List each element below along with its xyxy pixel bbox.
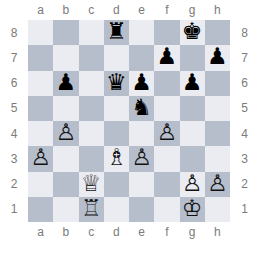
square-e4[interactable] (129, 121, 154, 146)
square-g7[interactable] (180, 45, 205, 70)
file-label-e: e (129, 226, 154, 238)
square-b6[interactable]: ♟ (53, 71, 78, 96)
square-h8[interactable] (205, 20, 230, 45)
square-f3[interactable] (154, 146, 179, 171)
square-e2[interactable] (129, 172, 154, 197)
square-e7[interactable] (129, 45, 154, 70)
square-a7[interactable] (28, 45, 53, 70)
square-g4[interactable] (180, 121, 205, 146)
square-d6[interactable]: ♛ (104, 71, 129, 96)
square-b1[interactable] (53, 197, 78, 222)
white-queen[interactable]: ♕ (81, 172, 102, 196)
square-d4[interactable] (104, 121, 129, 146)
square-d5[interactable] (104, 96, 129, 121)
rank-label-2: 2 (0, 172, 28, 197)
square-b4[interactable]: ♙ (53, 121, 78, 146)
file-label-h: h (205, 226, 230, 238)
black-king[interactable]: ♚ (182, 20, 203, 44)
black-pawn[interactable]: ♟ (157, 45, 178, 69)
white-bishop[interactable]: ♗ (106, 146, 127, 170)
square-c5[interactable] (79, 96, 104, 121)
file-label-d: d (104, 4, 129, 16)
square-f6[interactable] (154, 71, 179, 96)
square-e1[interactable] (129, 197, 154, 222)
square-g3[interactable] (180, 146, 205, 171)
square-a1[interactable] (28, 197, 53, 222)
file-label-d: d (104, 226, 129, 238)
black-queen[interactable]: ♛ (106, 71, 127, 95)
square-b5[interactable] (53, 96, 78, 121)
rank-label-2: 2 (230, 172, 259, 197)
square-d7[interactable] (104, 45, 129, 70)
square-f5[interactable] (154, 96, 179, 121)
square-h4[interactable] (205, 121, 230, 146)
file-label-g: g (180, 4, 205, 16)
file-label-a: a (28, 226, 53, 238)
rank-labels-right: 87654321 (230, 20, 259, 222)
file-label-e: e (129, 4, 154, 16)
square-f8[interactable] (154, 20, 179, 45)
rank-label-4: 4 (230, 121, 259, 146)
square-f4[interactable]: ♙ (154, 121, 179, 146)
square-d3[interactable]: ♗ (104, 146, 129, 171)
white-pawn[interactable]: ♙ (207, 172, 228, 196)
square-e5[interactable]: ♞ (129, 96, 154, 121)
file-label-b: b (53, 4, 78, 16)
square-h3[interactable] (205, 146, 230, 171)
white-king[interactable]: ♔ (182, 197, 203, 221)
black-knight[interactable]: ♞ (131, 96, 152, 120)
square-h1[interactable] (205, 197, 230, 222)
rank-label-6: 6 (0, 71, 28, 96)
square-a3[interactable]: ♙ (28, 146, 53, 171)
square-e8[interactable] (129, 20, 154, 45)
black-pawn[interactable]: ♟ (207, 45, 228, 69)
square-c7[interactable] (79, 45, 104, 70)
white-pawn[interactable]: ♙ (182, 172, 203, 196)
file-label-c: c (79, 226, 104, 238)
square-c8[interactable] (79, 20, 104, 45)
square-d2[interactable] (104, 172, 129, 197)
file-label-f: f (154, 226, 179, 238)
square-d8[interactable]: ♜ (104, 20, 129, 45)
white-pawn[interactable]: ♙ (157, 121, 178, 145)
chess-diagram: abcdefgh 87654321 ♜♚♟♟♟♛♟♟♞♙♙♙♗♙♕♙♙♖♔ 87… (0, 0, 259, 257)
rank-label-5: 5 (0, 96, 28, 121)
rank-label-3: 3 (0, 146, 28, 171)
file-label-h: h (205, 4, 230, 16)
square-e6[interactable]: ♟ (129, 71, 154, 96)
square-g8[interactable]: ♚ (180, 20, 205, 45)
file-labels-top: abcdefgh (28, 0, 230, 20)
white-rook[interactable]: ♖ (81, 197, 102, 221)
square-b8[interactable] (53, 20, 78, 45)
file-label-a: a (28, 4, 53, 16)
square-h7[interactable]: ♟ (205, 45, 230, 70)
chess-board: ♜♚♟♟♟♛♟♟♞♙♙♙♗♙♕♙♙♖♔ (28, 20, 230, 222)
square-f7[interactable]: ♟ (154, 45, 179, 70)
square-a5[interactable] (28, 96, 53, 121)
square-a2[interactable] (28, 172, 53, 197)
square-c4[interactable] (79, 121, 104, 146)
file-label-b: b (53, 226, 78, 238)
file-labels-bottom: abcdefgh (28, 222, 230, 257)
file-label-c: c (79, 4, 104, 16)
white-pawn[interactable]: ♙ (131, 146, 152, 170)
rank-label-1: 1 (230, 197, 259, 222)
square-d1[interactable] (104, 197, 129, 222)
square-g2[interactable]: ♙ (180, 172, 205, 197)
square-g5[interactable] (180, 96, 205, 121)
rank-labels-left: 87654321 (0, 20, 28, 222)
board-layout: abcdefgh 87654321 ♜♚♟♟♟♛♟♟♞♙♙♙♗♙♕♙♙♖♔ 87… (0, 0, 259, 257)
rank-label-8: 8 (230, 20, 259, 45)
rank-label-1: 1 (0, 197, 28, 222)
square-f2[interactable] (154, 172, 179, 197)
square-g1[interactable]: ♔ (180, 197, 205, 222)
rank-label-7: 7 (0, 45, 28, 70)
rank-label-6: 6 (230, 71, 259, 96)
rank-label-4: 4 (0, 121, 28, 146)
square-a8[interactable] (28, 20, 53, 45)
square-g6[interactable]: ♟ (180, 71, 205, 96)
square-e3[interactable]: ♙ (129, 146, 154, 171)
file-label-f: f (154, 4, 179, 16)
black-rook[interactable]: ♜ (106, 20, 127, 44)
black-pawn[interactable]: ♟ (182, 71, 203, 95)
square-c2[interactable]: ♕ (79, 172, 104, 197)
black-pawn[interactable]: ♟ (131, 71, 152, 95)
square-c6[interactable] (79, 71, 104, 96)
square-c3[interactable] (79, 146, 104, 171)
square-a6[interactable] (28, 71, 53, 96)
square-a4[interactable] (28, 121, 53, 146)
rank-label-3: 3 (230, 146, 259, 171)
square-h6[interactable] (205, 71, 230, 96)
rank-label-5: 5 (230, 96, 259, 121)
white-pawn[interactable]: ♙ (56, 121, 77, 145)
black-pawn[interactable]: ♟ (56, 71, 77, 95)
square-h2[interactable]: ♙ (205, 172, 230, 197)
file-label-g: g (180, 226, 205, 238)
white-pawn[interactable]: ♙ (30, 146, 51, 170)
square-b3[interactable] (53, 146, 78, 171)
square-h5[interactable] (205, 96, 230, 121)
square-b2[interactable] (53, 172, 78, 197)
rank-label-7: 7 (230, 45, 259, 70)
rank-label-8: 8 (0, 20, 28, 45)
square-b7[interactable] (53, 45, 78, 70)
square-f1[interactable] (154, 197, 179, 222)
square-c1[interactable]: ♖ (79, 197, 104, 222)
